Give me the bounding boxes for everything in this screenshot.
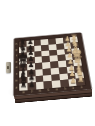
metal-clasp-icon — [6, 62, 11, 73]
piece-white-knight: ♞ — [71, 69, 90, 78]
scene: ♜♟♟♜♞♟♟♞♝♟♟♝♚♟♟♚♛♟♟♛♝♟♟♝♞♟♟♞♜♟♟♜ hgfedcb… — [0, 0, 95, 126]
product-photo: ♜♟♟♜♞♟♟♞♝♟♟♝♚♟♟♚♛♟♟♛♝♟♟♝♞♟♟♞♜♟♟♜ hgfedcb… — [0, 0, 95, 126]
file-coordinates: hgfedcba — [15, 42, 19, 92]
board-grid: ♜♟♟♜♞♟♟♞♝♟♟♝♚♟♟♚♛♟♟♛♝♟♟♝♞♟♟♞♜♟♟♜ — [19, 37, 85, 91]
square: ♚ — [72, 53, 81, 60]
chess-board: ♜♟♟♜♞♟♟♞♝♟♟♝♚♟♟♚♛♟♟♛♝♟♟♝♞♟♟♞♜♟♟♜ hgfedcb… — [14, 33, 91, 96]
coordinate-label: a — [15, 84, 19, 91]
